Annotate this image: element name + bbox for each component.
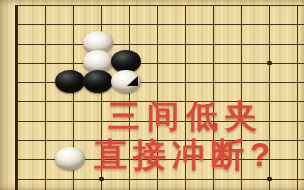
star-point (267, 61, 272, 65)
stone-black-de (83, 70, 113, 93)
star-point (267, 177, 272, 181)
stone-black-ce (55, 70, 85, 93)
last-move-triangle-marker (127, 76, 138, 86)
stone-white-ci (55, 147, 85, 170)
star-point (99, 177, 104, 181)
stone-white-ee (111, 70, 141, 93)
go-board[interactable]: 三间低夹 直接冲断? (0, 0, 304, 190)
board-left-edge-line (15, 5, 18, 190)
